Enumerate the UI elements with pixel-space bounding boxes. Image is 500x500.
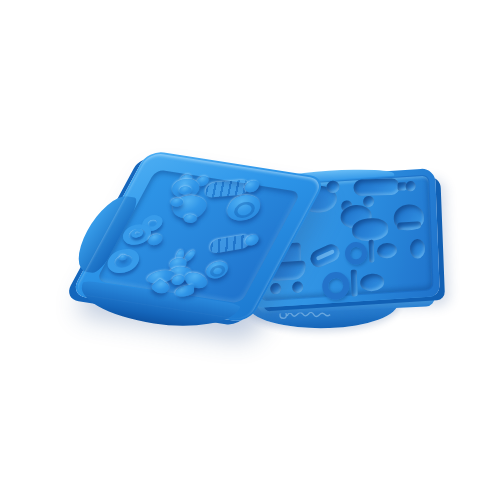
- cavity-pacifier-nipple: [360, 273, 385, 292]
- cavity-teddy-bear: [337, 198, 391, 244]
- cavity-pacifier-shield: [351, 270, 358, 297]
- mold-shape-round-disc: [203, 260, 232, 280]
- bear-ear-left: [178, 173, 195, 185]
- rattle-ring-inner: [129, 228, 145, 239]
- product-photo: [0, 0, 500, 500]
- cavity-carriage-wheel: [292, 281, 303, 293]
- bow-loop-right: [181, 269, 211, 291]
- bunny-ear-left: [175, 250, 185, 262]
- cavity-pacifier-shield: [369, 240, 375, 263]
- mold-shape-teddy-bear: [155, 173, 225, 225]
- cavity-pacifier-ring: [322, 271, 350, 300]
- mold-shape-small-ring: [139, 214, 166, 233]
- mold-shape-swirl-rattle: [103, 247, 145, 275]
- mold-shape-ribbon-bow: [140, 266, 213, 300]
- bear-ear-right: [194, 175, 211, 187]
- mold-shape-rattle-rings: [119, 222, 156, 246]
- bottle-cap: [244, 180, 260, 193]
- cavity-pacifier-nipple: [377, 242, 398, 259]
- bunny-body: [166, 265, 194, 281]
- cavity-carriage-wheel: [270, 283, 281, 295]
- disc-ring: [208, 264, 228, 278]
- photo-content: [0, 0, 500, 500]
- mold-shape-ball: [146, 233, 165, 246]
- mold-shape-baby-bottle: [204, 179, 251, 198]
- bottle-cap: [245, 234, 259, 247]
- rosette-swirl: [231, 201, 258, 220]
- swirl-center: [118, 254, 128, 260]
- bow-tail-right: [175, 284, 194, 298]
- mold-shape-rosette-animal: [222, 193, 265, 222]
- bow-knot: [170, 274, 187, 286]
- bear-head: [167, 176, 204, 201]
- cavity-small-pacifier: [345, 238, 404, 266]
- bear-body: [168, 192, 212, 222]
- front-tray-left-flare: [67, 193, 141, 274]
- bow-loop-left: [147, 269, 176, 285]
- cavity-large-pacifier: [322, 268, 389, 301]
- bear-leg: [182, 213, 199, 224]
- bow-tail-left: [150, 279, 172, 296]
- cavity-baby-bottle: [354, 178, 400, 196]
- bear-muzzle: [177, 185, 193, 196]
- mold-shape-ribbed-bottle: [210, 234, 251, 255]
- bunny-ear-right: [182, 250, 197, 263]
- cavity-baby-bootie: [393, 204, 424, 232]
- front-tray-bottom-flare: [68, 280, 241, 335]
- cavity-pacifier-ring: [345, 241, 368, 265]
- cavity-pin-bar: [316, 249, 335, 261]
- bunny-head: [167, 257, 190, 272]
- bear-paw: [169, 197, 185, 208]
- mold-shape-bunny: [159, 248, 204, 281]
